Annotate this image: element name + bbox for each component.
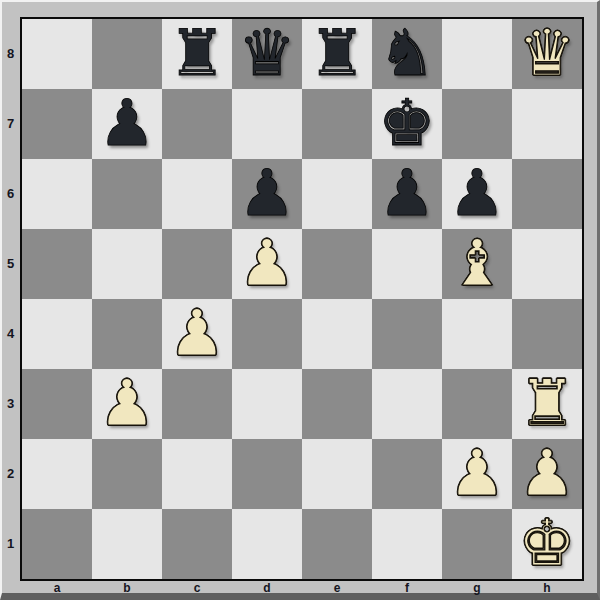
file-label-e: e	[302, 582, 372, 594]
square-e5[interactable]	[302, 229, 372, 299]
square-b5[interactable]	[92, 229, 162, 299]
square-h1[interactable]: ♚	[512, 509, 582, 579]
square-a4[interactable]	[22, 299, 92, 369]
square-a7[interactable]	[22, 89, 92, 159]
white-pawn: ♟	[448, 438, 505, 508]
square-e3[interactable]	[302, 369, 372, 439]
white-rook: ♜	[518, 368, 575, 438]
file-label-a: a	[22, 582, 92, 594]
black-rook: ♜	[308, 18, 365, 88]
white-queen: ♛	[518, 18, 575, 88]
square-h7[interactable]	[512, 89, 582, 159]
square-a1[interactable]	[22, 509, 92, 579]
rank-label-6: 6	[2, 159, 19, 229]
square-a6[interactable]	[22, 159, 92, 229]
square-g2[interactable]: ♟	[442, 439, 512, 509]
square-f2[interactable]	[372, 439, 442, 509]
square-g5[interactable]: ♝	[442, 229, 512, 299]
square-a8[interactable]	[22, 19, 92, 89]
black-rook: ♜	[168, 18, 225, 88]
rank-label-3: 3	[2, 369, 19, 439]
rank-label-2: 2	[2, 439, 19, 509]
file-label-h: h	[512, 582, 582, 594]
square-f8[interactable]: ♞	[372, 19, 442, 89]
square-g7[interactable]	[442, 89, 512, 159]
square-d8[interactable]: ♛	[232, 19, 302, 89]
square-c4[interactable]: ♟	[162, 299, 232, 369]
square-d7[interactable]	[232, 89, 302, 159]
square-c8[interactable]: ♜	[162, 19, 232, 89]
rank-label-8: 8	[2, 19, 19, 89]
square-h8[interactable]: ♛	[512, 19, 582, 89]
square-e6[interactable]	[302, 159, 372, 229]
square-b1[interactable]	[92, 509, 162, 579]
square-g3[interactable]	[442, 369, 512, 439]
square-e2[interactable]	[302, 439, 372, 509]
square-g6[interactable]: ♟	[442, 159, 512, 229]
square-d3[interactable]	[232, 369, 302, 439]
square-h2[interactable]: ♟	[512, 439, 582, 509]
square-h3[interactable]: ♜	[512, 369, 582, 439]
board-frame: ♜♛♜♞♛♟♚♟♟♟♟♝♟♟♜♟♟♚ 87654321 abcdefgh	[0, 0, 600, 600]
square-e7[interactable]	[302, 89, 372, 159]
black-pawn: ♟	[378, 158, 435, 228]
rank-label-5: 5	[2, 229, 19, 299]
square-b4[interactable]	[92, 299, 162, 369]
square-c5[interactable]	[162, 229, 232, 299]
square-d5[interactable]: ♟	[232, 229, 302, 299]
file-label-d: d	[232, 582, 302, 594]
square-g1[interactable]	[442, 509, 512, 579]
square-f7[interactable]: ♚	[372, 89, 442, 159]
black-king: ♚	[378, 88, 435, 158]
black-pawn: ♟	[238, 158, 295, 228]
square-e8[interactable]: ♜	[302, 19, 372, 89]
white-pawn: ♟	[238, 228, 295, 298]
file-label-c: c	[162, 582, 232, 594]
square-a5[interactable]	[22, 229, 92, 299]
square-g8[interactable]	[442, 19, 512, 89]
chess-board: ♜♛♜♞♛♟♚♟♟♟♟♝♟♟♜♟♟♚	[20, 17, 584, 581]
rank-label-7: 7	[2, 89, 19, 159]
square-f5[interactable]	[372, 229, 442, 299]
file-label-g: g	[442, 582, 512, 594]
square-f4[interactable]	[372, 299, 442, 369]
square-f3[interactable]	[372, 369, 442, 439]
square-b6[interactable]	[92, 159, 162, 229]
rank-label-4: 4	[2, 299, 19, 369]
square-e4[interactable]	[302, 299, 372, 369]
square-h6[interactable]	[512, 159, 582, 229]
file-label-f: f	[372, 582, 442, 594]
square-h5[interactable]	[512, 229, 582, 299]
square-f1[interactable]	[372, 509, 442, 579]
square-d4[interactable]	[232, 299, 302, 369]
square-a3[interactable]	[22, 369, 92, 439]
square-c1[interactable]	[162, 509, 232, 579]
white-bishop: ♝	[448, 228, 505, 298]
square-h4[interactable]	[512, 299, 582, 369]
black-knight: ♞	[378, 18, 435, 88]
black-queen: ♛	[238, 18, 295, 88]
rank-label-1: 1	[2, 509, 19, 579]
square-g4[interactable]	[442, 299, 512, 369]
white-pawn: ♟	[168, 298, 225, 368]
square-d2[interactable]	[232, 439, 302, 509]
black-pawn: ♟	[448, 158, 505, 228]
square-c7[interactable]	[162, 89, 232, 159]
square-b2[interactable]	[92, 439, 162, 509]
square-c6[interactable]	[162, 159, 232, 229]
square-c2[interactable]	[162, 439, 232, 509]
square-b8[interactable]	[92, 19, 162, 89]
square-b3[interactable]: ♟	[92, 369, 162, 439]
white-pawn: ♟	[98, 368, 155, 438]
square-c3[interactable]	[162, 369, 232, 439]
square-f6[interactable]: ♟	[372, 159, 442, 229]
square-a2[interactable]	[22, 439, 92, 509]
square-e1[interactable]	[302, 509, 372, 579]
white-king: ♚	[518, 508, 575, 578]
file-label-b: b	[92, 582, 162, 594]
square-b7[interactable]: ♟	[92, 89, 162, 159]
square-d6[interactable]: ♟	[232, 159, 302, 229]
black-pawn: ♟	[98, 88, 155, 158]
square-d1[interactable]	[232, 509, 302, 579]
white-pawn: ♟	[518, 438, 575, 508]
